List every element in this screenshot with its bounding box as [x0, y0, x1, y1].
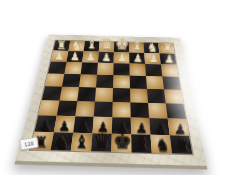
black-pawn-piece[interactable]: ♟	[38, 118, 51, 132]
square[interactable]: ♟	[97, 51, 113, 62]
square[interactable]	[77, 87, 96, 101]
photo-scene: ♜♞♝♛♚♝♞♜♟♟♟♟♟♟♟♟♟♟♟♟♟♟♟♟♜♞♝♛♚♝♞♜ 128	[0, 0, 225, 175]
square[interactable]: ♟	[82, 51, 99, 62]
black-pawn-piece[interactable]: ♟	[154, 121, 167, 135]
square[interactable]	[129, 63, 146, 75]
square[interactable]	[165, 103, 185, 119]
square[interactable]	[59, 86, 78, 100]
square[interactable]	[112, 88, 130, 102]
white-bishop-piece[interactable]: ♝	[130, 39, 142, 53]
square[interactable]: ♟	[144, 52, 161, 63]
square[interactable]: ♟	[113, 52, 129, 63]
square[interactable]	[79, 74, 97, 87]
square[interactable]	[45, 73, 64, 86]
square[interactable]	[96, 74, 113, 87]
square[interactable]	[56, 100, 76, 116]
white-pawn-piece[interactable]: ♟	[116, 52, 126, 63]
square[interactable]: ♟	[129, 52, 145, 63]
white-pawn-piece[interactable]: ♟	[132, 52, 142, 63]
square[interactable]	[80, 62, 97, 74]
square[interactable]	[97, 62, 114, 74]
square[interactable]	[38, 100, 59, 116]
black-knight-piece[interactable]: ♞	[53, 133, 68, 150]
square[interactable]	[75, 101, 95, 117]
black-queen-piece[interactable]: ♛	[92, 131, 111, 152]
square[interactable]	[145, 64, 162, 76]
square[interactable]	[129, 88, 147, 102]
square[interactable]: ♞	[150, 134, 172, 153]
square[interactable]	[94, 87, 112, 101]
square[interactable]	[64, 61, 82, 73]
white-pawn-piece[interactable]: ♟	[147, 53, 157, 64]
chess-board[interactable]: ♜♞♝♛♚♝♞♜♟♟♟♟♟♟♟♟♟♟♟♟♟♟♟♟♜♞♝♛♚♝♞♜	[30, 40, 192, 154]
square[interactable]: ♚	[111, 133, 131, 152]
square[interactable]	[162, 76, 181, 89]
white-king-piece[interactable]: ♚	[114, 36, 129, 52]
square[interactable]: ♟	[149, 118, 170, 135]
white-pawn-piece[interactable]: ♟	[85, 51, 95, 62]
black-knight-piece[interactable]: ♞	[154, 136, 169, 153]
auction-label-text: 128	[24, 140, 34, 147]
square[interactable]	[146, 88, 165, 102]
white-pawn-piece[interactable]: ♟	[53, 50, 63, 61]
white-knight-piece[interactable]: ♞	[146, 40, 158, 53]
black-rook-piece[interactable]: ♜	[175, 138, 189, 154]
white-pawn-piece[interactable]: ♟	[163, 53, 173, 64]
square[interactable]: ♟	[53, 115, 74, 132]
square[interactable]: ♟	[159, 53, 176, 65]
square[interactable]	[47, 61, 65, 73]
white-knight-piece[interactable]: ♞	[70, 38, 82, 51]
square[interactable]: ♟	[50, 50, 68, 61]
square[interactable]	[62, 73, 81, 86]
white-rook-piece[interactable]: ♜	[161, 41, 172, 53]
square[interactable]	[129, 75, 146, 88]
square[interactable]	[93, 101, 112, 117]
square[interactable]	[148, 102, 168, 118]
square[interactable]: ♟	[167, 118, 188, 135]
black-pawn-piece[interactable]: ♟	[57, 118, 70, 132]
square[interactable]	[41, 86, 61, 100]
square[interactable]: ♟	[66, 50, 83, 61]
square[interactable]	[160, 64, 178, 76]
white-bishop-piece[interactable]: ♝	[85, 38, 97, 52]
square[interactable]	[113, 63, 129, 75]
white-pawn-piece[interactable]: ♟	[69, 50, 79, 61]
black-king-piece[interactable]: ♚	[111, 130, 131, 152]
square[interactable]: ♝	[70, 132, 92, 151]
black-pawn-piece[interactable]: ♟	[173, 121, 186, 135]
white-queen-piece[interactable]: ♛	[99, 36, 113, 52]
white-rook-piece[interactable]: ♜	[55, 39, 66, 51]
square[interactable]: ♝	[131, 134, 152, 153]
square[interactable]: ♛	[91, 133, 112, 152]
square[interactable]	[163, 89, 182, 103]
square[interactable]: ♟	[34, 115, 56, 132]
board-perspective-wrap: ♜♞♝♛♚♝♞♜♟♟♟♟♟♟♟♟♟♟♟♟♟♟♟♟♜♞♝♛♚♝♞♜	[15, 34, 206, 165]
square[interactable]	[113, 75, 130, 88]
square[interactable]: ♜	[169, 135, 192, 154]
square[interactable]	[130, 102, 149, 118]
square[interactable]: ♞	[50, 132, 73, 151]
white-pawn-piece[interactable]: ♟	[100, 51, 110, 62]
black-bishop-piece[interactable]: ♝	[72, 132, 88, 150]
square[interactable]	[146, 75, 164, 88]
marble-frame: ♜♞♝♛♚♝♞♜♟♟♟♟♟♟♟♟♟♟♟♟♟♟♟♟♜♞♝♛♚♝♞♜	[14, 34, 207, 169]
square[interactable]	[112, 101, 130, 117]
black-bishop-piece[interactable]: ♝	[133, 134, 149, 152]
